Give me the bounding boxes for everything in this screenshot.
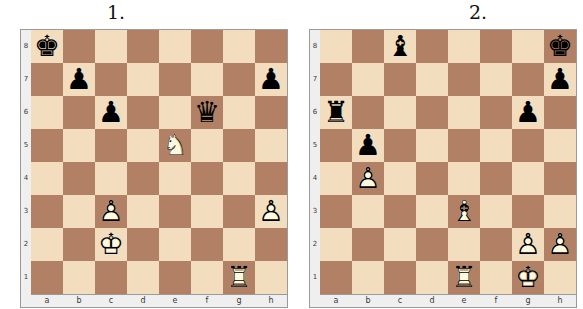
square-e4 — [159, 162, 191, 195]
square-b5: ♟ — [352, 129, 384, 162]
square-c2: ♚♔ — [95, 228, 127, 261]
rank-label-6: 6 — [21, 96, 31, 129]
squares-grid-1: ♚♟♟♟♛♞♘♟♙♟♙♚♔♜♖ — [31, 30, 287, 295]
square-c4 — [384, 162, 416, 195]
square-g1: ♜♖ — [223, 261, 255, 294]
file-labels-1: abcdefgh — [31, 295, 287, 307]
square-e6 — [159, 96, 191, 129]
square-e3: ♝♗ — [448, 195, 480, 228]
rank-labels-1: 87654321 — [21, 30, 31, 294]
rank-label-3: 3 — [21, 195, 31, 228]
square-b1 — [63, 261, 95, 294]
square-g4 — [223, 162, 255, 195]
square-h1 — [544, 261, 576, 294]
white-pawn: ♟♙ — [544, 228, 576, 261]
square-g6 — [223, 96, 255, 129]
square-a3 — [320, 195, 352, 228]
black-rook: ♜ — [320, 96, 352, 129]
square-g4 — [512, 162, 544, 195]
piece-glyph: ♖ — [223, 261, 255, 294]
square-f5 — [480, 129, 512, 162]
square-c1 — [384, 261, 416, 294]
square-e4 — [448, 162, 480, 195]
square-h8: ♚ — [544, 30, 576, 63]
square-g2: ♟♙ — [512, 228, 544, 261]
file-label-e: e — [448, 295, 480, 307]
piece-glyph: ♟ — [95, 96, 127, 129]
file-label-b: b — [352, 295, 384, 307]
square-d1 — [127, 261, 159, 294]
square-d6 — [127, 96, 159, 129]
piece-glyph: ♔ — [512, 261, 544, 294]
square-e2 — [159, 228, 191, 261]
piece-glyph: ♟ — [512, 96, 544, 129]
square-g8 — [512, 30, 544, 63]
square-g8 — [223, 30, 255, 63]
file-label-h: h — [255, 295, 287, 307]
file-label-d: d — [416, 295, 448, 307]
square-d5 — [127, 129, 159, 162]
square-e5: ♞♘ — [159, 129, 191, 162]
square-h7: ♟ — [544, 63, 576, 96]
white-rook: ♜♖ — [223, 261, 255, 294]
square-g3 — [223, 195, 255, 228]
square-h6 — [544, 96, 576, 129]
square-e5 — [448, 129, 480, 162]
square-d2 — [127, 228, 159, 261]
black-pawn: ♟ — [512, 96, 544, 129]
square-a8: ♚ — [31, 30, 63, 63]
square-c2 — [384, 228, 416, 261]
square-a5 — [320, 129, 352, 162]
page: { "game": "chess", "position": [ "k7/1p5… — [0, 0, 583, 309]
square-b6 — [63, 96, 95, 129]
square-b6 — [352, 96, 384, 129]
rank-label-7: 7 — [310, 63, 320, 96]
square-g3 — [512, 195, 544, 228]
square-c3: ♟♙ — [95, 195, 127, 228]
rank-label-8: 8 — [21, 30, 31, 63]
square-e8 — [448, 30, 480, 63]
piece-glyph: ♔ — [95, 228, 127, 261]
square-e7 — [159, 63, 191, 96]
file-labels-2: abcdefgh — [320, 295, 576, 307]
square-h6 — [255, 96, 287, 129]
square-f8 — [191, 30, 223, 63]
chessboard-1: ♚♟♟♟♛♞♘♟♙♟♙♚♔♜♖ 87654321 abcdefgh — [20, 29, 288, 308]
square-d3 — [416, 195, 448, 228]
square-d5 — [416, 129, 448, 162]
piece-glyph: ♗ — [448, 195, 480, 228]
square-e2 — [448, 228, 480, 261]
square-f7 — [480, 63, 512, 96]
square-b4: ♟♙ — [352, 162, 384, 195]
square-c6: ♟ — [95, 96, 127, 129]
square-e1 — [159, 261, 191, 294]
rank-label-3: 3 — [310, 195, 320, 228]
white-king: ♚♔ — [95, 228, 127, 261]
square-h2 — [255, 228, 287, 261]
square-f2 — [480, 228, 512, 261]
piece-glyph: ♟ — [255, 63, 287, 96]
square-d4 — [416, 162, 448, 195]
file-label-c: c — [95, 295, 127, 307]
square-a2 — [320, 228, 352, 261]
square-d1 — [416, 261, 448, 294]
square-f1 — [480, 261, 512, 294]
piece-glyph: ♜ — [320, 96, 352, 129]
square-c3 — [384, 195, 416, 228]
square-b8 — [63, 30, 95, 63]
white-knight: ♞♘ — [159, 129, 191, 162]
square-h8 — [255, 30, 287, 63]
file-label-e: e — [159, 295, 191, 307]
chessboard-2: ♝♚♟♜♟♟♟♙♝♗♟♙♟♙♜♖♚♔ 87654321 abcdefgh — [309, 29, 577, 308]
white-king: ♚♔ — [512, 261, 544, 294]
square-a1 — [320, 261, 352, 294]
square-a7 — [31, 63, 63, 96]
square-a1 — [31, 261, 63, 294]
square-d7 — [127, 63, 159, 96]
square-d7 — [416, 63, 448, 96]
piece-glyph: ♝ — [384, 30, 416, 63]
rank-label-5: 5 — [21, 129, 31, 162]
file-label-h: h — [544, 295, 576, 307]
square-c5 — [95, 129, 127, 162]
square-c1 — [95, 261, 127, 294]
black-pawn: ♟ — [352, 129, 384, 162]
square-c6 — [384, 96, 416, 129]
black-king: ♚ — [31, 30, 63, 63]
square-d8 — [127, 30, 159, 63]
square-c8: ♝ — [384, 30, 416, 63]
square-g7 — [512, 63, 544, 96]
square-d8 — [416, 30, 448, 63]
piece-glyph: ♖ — [448, 261, 480, 294]
piece-glyph: ♟ — [544, 63, 576, 96]
rank-label-1: 1 — [21, 261, 31, 294]
square-c5 — [384, 129, 416, 162]
piece-glyph: ♙ — [95, 195, 127, 228]
piece-glyph: ♙ — [512, 228, 544, 261]
square-a5 — [31, 129, 63, 162]
square-b7: ♟ — [63, 63, 95, 96]
square-h2: ♟♙ — [544, 228, 576, 261]
square-a6: ♜ — [320, 96, 352, 129]
square-b4 — [63, 162, 95, 195]
rank-label-7: 7 — [21, 63, 31, 96]
rank-label-4: 4 — [310, 162, 320, 195]
rank-labels-2: 87654321 — [310, 30, 320, 294]
square-f2 — [191, 228, 223, 261]
black-pawn: ♟ — [63, 63, 95, 96]
square-g5 — [223, 129, 255, 162]
black-king: ♚ — [544, 30, 576, 63]
square-a7 — [320, 63, 352, 96]
square-f5 — [191, 129, 223, 162]
piece-glyph: ♘ — [159, 129, 191, 162]
square-a3 — [31, 195, 63, 228]
rank-label-1: 1 — [310, 261, 320, 294]
square-f3 — [480, 195, 512, 228]
square-g2 — [223, 228, 255, 261]
square-b2 — [63, 228, 95, 261]
square-f6: ♛ — [191, 96, 223, 129]
square-h5 — [255, 129, 287, 162]
square-d6 — [416, 96, 448, 129]
square-e7 — [448, 63, 480, 96]
square-c4 — [95, 162, 127, 195]
square-g1: ♚♔ — [512, 261, 544, 294]
black-bishop: ♝ — [384, 30, 416, 63]
square-f4 — [480, 162, 512, 195]
piece-glyph: ♙ — [255, 195, 287, 228]
white-pawn: ♟♙ — [352, 162, 384, 195]
file-label-a: a — [320, 295, 352, 307]
white-pawn: ♟♙ — [512, 228, 544, 261]
square-e1: ♜♖ — [448, 261, 480, 294]
square-f6 — [480, 96, 512, 129]
diagram-1-label: 1. — [107, 1, 125, 23]
file-label-g: g — [223, 295, 255, 307]
square-f3 — [191, 195, 223, 228]
square-b7 — [352, 63, 384, 96]
piece-glyph: ♚ — [544, 30, 576, 63]
rank-label-6: 6 — [310, 96, 320, 129]
black-queen: ♛ — [191, 96, 223, 129]
piece-glyph: ♙ — [544, 228, 576, 261]
piece-glyph: ♛ — [191, 96, 223, 129]
square-b3 — [352, 195, 384, 228]
square-f1 — [191, 261, 223, 294]
square-h1 — [255, 261, 287, 294]
rank-label-2: 2 — [310, 228, 320, 261]
file-label-a: a — [31, 295, 63, 307]
white-rook: ♜♖ — [448, 261, 480, 294]
square-a4 — [320, 162, 352, 195]
square-b8 — [352, 30, 384, 63]
rank-label-2: 2 — [21, 228, 31, 261]
square-b2 — [352, 228, 384, 261]
rank-label-4: 4 — [21, 162, 31, 195]
square-h5 — [544, 129, 576, 162]
square-c7 — [384, 63, 416, 96]
square-b5 — [63, 129, 95, 162]
square-d3 — [127, 195, 159, 228]
squares-grid-2: ♝♚♟♜♟♟♟♙♝♗♟♙♟♙♜♖♚♔ — [320, 30, 576, 295]
file-label-g: g — [512, 295, 544, 307]
piece-glyph: ♚ — [31, 30, 63, 63]
white-pawn: ♟♙ — [255, 195, 287, 228]
rank-label-5: 5 — [310, 129, 320, 162]
square-e3 — [159, 195, 191, 228]
rank-label-8: 8 — [310, 30, 320, 63]
piece-glyph: ♟ — [63, 63, 95, 96]
black-pawn: ♟ — [95, 96, 127, 129]
square-a4 — [31, 162, 63, 195]
square-a8 — [320, 30, 352, 63]
square-a2 — [31, 228, 63, 261]
file-label-c: c — [384, 295, 416, 307]
square-h3 — [544, 195, 576, 228]
square-a6 — [31, 96, 63, 129]
square-b1 — [352, 261, 384, 294]
file-label-b: b — [63, 295, 95, 307]
piece-glyph: ♙ — [352, 162, 384, 195]
file-label-d: d — [127, 295, 159, 307]
file-label-f: f — [480, 295, 512, 307]
square-h7: ♟ — [255, 63, 287, 96]
file-label-f: f — [191, 295, 223, 307]
square-g6: ♟ — [512, 96, 544, 129]
square-c8 — [95, 30, 127, 63]
square-g7 — [223, 63, 255, 96]
diagram-2-label: 2. — [469, 1, 487, 23]
black-pawn: ♟ — [544, 63, 576, 96]
square-b3 — [63, 195, 95, 228]
white-pawn: ♟♙ — [95, 195, 127, 228]
square-d2 — [416, 228, 448, 261]
square-e6 — [448, 96, 480, 129]
square-e8 — [159, 30, 191, 63]
white-bishop: ♝♗ — [448, 195, 480, 228]
square-h4 — [544, 162, 576, 195]
square-h4 — [255, 162, 287, 195]
black-pawn: ♟ — [255, 63, 287, 96]
square-c7 — [95, 63, 127, 96]
square-f7 — [191, 63, 223, 96]
square-g5 — [512, 129, 544, 162]
piece-glyph: ♟ — [352, 129, 384, 162]
square-f4 — [191, 162, 223, 195]
square-f8 — [480, 30, 512, 63]
square-d4 — [127, 162, 159, 195]
square-h3: ♟♙ — [255, 195, 287, 228]
